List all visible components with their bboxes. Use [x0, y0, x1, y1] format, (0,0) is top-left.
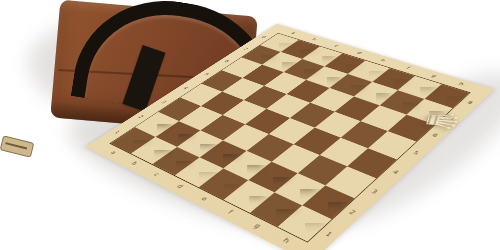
- board-grid: ♜♞♝♚♛♝♞♜♟♟♟♟♟♟♟♟♟♟♟♟♟♟♟♟♜♞♝♚♛♝♞♜♛: [109, 33, 470, 243]
- coordinate-label-5: 5: [399, 142, 431, 165]
- square-h1: ♜: [278, 205, 332, 241]
- product-photo: abcdefgh abcdefgh 12345678 12345678 ♜♞♝♚…: [0, 0, 500, 250]
- white-pawn-icon: ♟: [399, 84, 460, 116]
- board-scene: abcdefgh abcdefgh 12345678 12345678 ♜♞♝♚…: [0, 0, 500, 250]
- chessboard: abcdefgh abcdefgh 12345678 12345678 ♜♞♝♚…: [86, 24, 495, 250]
- board-border: abcdefgh abcdefgh 12345678 12345678 ♜♞♝♚…: [86, 24, 495, 250]
- black-rook-icon: ♜: [269, 183, 341, 227]
